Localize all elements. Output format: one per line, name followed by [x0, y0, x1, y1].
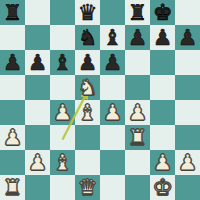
- piece-white-pawn[interactable]: ♟: [153, 152, 173, 174]
- square-g5[interactable]: [150, 75, 175, 100]
- square-a7[interactable]: [0, 25, 25, 50]
- square-e6[interactable]: ♟: [100, 50, 125, 75]
- piece-white-pawn[interactable]: ♟: [3, 127, 23, 149]
- piece-black-pawn[interactable]: ♟: [103, 52, 123, 74]
- piece-white-pawn[interactable]: ♟: [28, 152, 48, 174]
- square-a5[interactable]: [0, 75, 25, 100]
- square-h7[interactable]: ♟: [175, 25, 200, 50]
- square-c3[interactable]: [50, 125, 75, 150]
- piece-white-rook[interactable]: ♜: [3, 177, 23, 199]
- square-f8[interactable]: ♜: [125, 0, 150, 25]
- square-h4[interactable]: [175, 100, 200, 125]
- square-d8[interactable]: ♛: [75, 0, 100, 25]
- piece-white-rook[interactable]: ♜: [128, 127, 148, 149]
- piece-white-pawn[interactable]: ♟: [128, 102, 148, 124]
- square-c2[interactable]: ♝: [50, 150, 75, 175]
- square-h3[interactable]: [175, 125, 200, 150]
- square-d6[interactable]: ♟: [75, 50, 100, 75]
- square-g4[interactable]: [150, 100, 175, 125]
- square-e5[interactable]: [100, 75, 125, 100]
- square-c4[interactable]: ♟: [50, 100, 75, 125]
- piece-black-pawn[interactable]: ♟: [78, 52, 98, 74]
- piece-white-king[interactable]: ♚: [153, 177, 173, 199]
- piece-black-pawn[interactable]: ♟: [128, 27, 148, 49]
- square-f5[interactable]: [125, 75, 150, 100]
- square-d3[interactable]: [75, 125, 100, 150]
- square-e1[interactable]: [100, 175, 125, 200]
- square-a1[interactable]: ♜: [0, 175, 25, 200]
- square-b7[interactable]: [25, 25, 50, 50]
- square-c6[interactable]: ♝: [50, 50, 75, 75]
- square-a8[interactable]: ♜: [0, 0, 25, 25]
- piece-black-king[interactable]: ♚: [153, 2, 173, 24]
- square-a2[interactable]: [0, 150, 25, 175]
- square-h1[interactable]: [175, 175, 200, 200]
- square-d4[interactable]: ♝: [75, 100, 100, 125]
- square-c1[interactable]: [50, 175, 75, 200]
- square-g2[interactable]: ♟: [150, 150, 175, 175]
- square-f2[interactable]: [125, 150, 150, 175]
- square-a3[interactable]: ♟: [0, 125, 25, 150]
- square-f3[interactable]: ♜: [125, 125, 150, 150]
- piece-white-bishop[interactable]: ♝: [78, 102, 98, 124]
- piece-white-pawn[interactable]: ♟: [178, 152, 198, 174]
- square-f6[interactable]: [125, 50, 150, 75]
- piece-white-pawn[interactable]: ♟: [53, 102, 73, 124]
- square-d5[interactable]: ♞: [75, 75, 100, 100]
- square-c8[interactable]: [50, 0, 75, 25]
- square-a4[interactable]: [0, 100, 25, 125]
- square-e2[interactable]: [100, 150, 125, 175]
- square-b2[interactable]: ♟: [25, 150, 50, 175]
- square-g1[interactable]: ♚: [150, 175, 175, 200]
- piece-black-knight[interactable]: ♞: [78, 27, 98, 49]
- square-b6[interactable]: ♟: [25, 50, 50, 75]
- square-f1[interactable]: [125, 175, 150, 200]
- piece-white-knight[interactable]: ♞: [78, 77, 98, 99]
- square-b3[interactable]: [25, 125, 50, 150]
- piece-black-pawn[interactable]: ♟: [178, 27, 198, 49]
- square-g3[interactable]: [150, 125, 175, 150]
- piece-black-rook[interactable]: ♜: [128, 2, 148, 24]
- square-g7[interactable]: ♟: [150, 25, 175, 50]
- square-f7[interactable]: ♟: [125, 25, 150, 50]
- square-b8[interactable]: [25, 0, 50, 25]
- square-e7[interactable]: ♝: [100, 25, 125, 50]
- square-b4[interactable]: [25, 100, 50, 125]
- square-c7[interactable]: [50, 25, 75, 50]
- piece-white-queen[interactable]: ♛: [78, 177, 98, 199]
- square-d7[interactable]: ♞: [75, 25, 100, 50]
- square-h6[interactable]: [175, 50, 200, 75]
- piece-black-pawn[interactable]: ♟: [153, 27, 173, 49]
- square-e3[interactable]: [100, 125, 125, 150]
- piece-black-bishop[interactable]: ♝: [53, 52, 73, 74]
- square-e8[interactable]: [100, 0, 125, 25]
- square-c5[interactable]: [50, 75, 75, 100]
- piece-white-bishop[interactable]: ♝: [53, 152, 73, 174]
- square-a6[interactable]: ♟: [0, 50, 25, 75]
- square-b5[interactable]: [25, 75, 50, 100]
- piece-black-rook[interactable]: ♜: [3, 2, 23, 24]
- square-f4[interactable]: ♟: [125, 100, 150, 125]
- piece-white-pawn[interactable]: ♟: [103, 102, 123, 124]
- piece-black-bishop[interactable]: ♝: [103, 27, 123, 49]
- chess-board-wrap: ♜♛♜♚♞♝♟♟♟♟♟♝♟♟♞♟♝♟♟♟♜♟♝♟♟♜♛♚: [0, 0, 200, 200]
- square-b1[interactable]: [25, 175, 50, 200]
- chess-board: ♜♛♜♚♞♝♟♟♟♟♟♝♟♟♞♟♝♟♟♟♜♟♝♟♟♜♛♚: [0, 0, 200, 200]
- square-d1[interactable]: ♛: [75, 175, 100, 200]
- piece-black-queen[interactable]: ♛: [78, 2, 98, 24]
- piece-black-pawn[interactable]: ♟: [3, 52, 23, 74]
- square-h2[interactable]: ♟: [175, 150, 200, 175]
- square-g8[interactable]: ♚: [150, 0, 175, 25]
- piece-black-pawn[interactable]: ♟: [28, 52, 48, 74]
- square-h8[interactable]: [175, 0, 200, 25]
- square-e4[interactable]: ♟: [100, 100, 125, 125]
- square-g6[interactable]: [150, 50, 175, 75]
- square-d2[interactable]: [75, 150, 100, 175]
- square-h5[interactable]: [175, 75, 200, 100]
